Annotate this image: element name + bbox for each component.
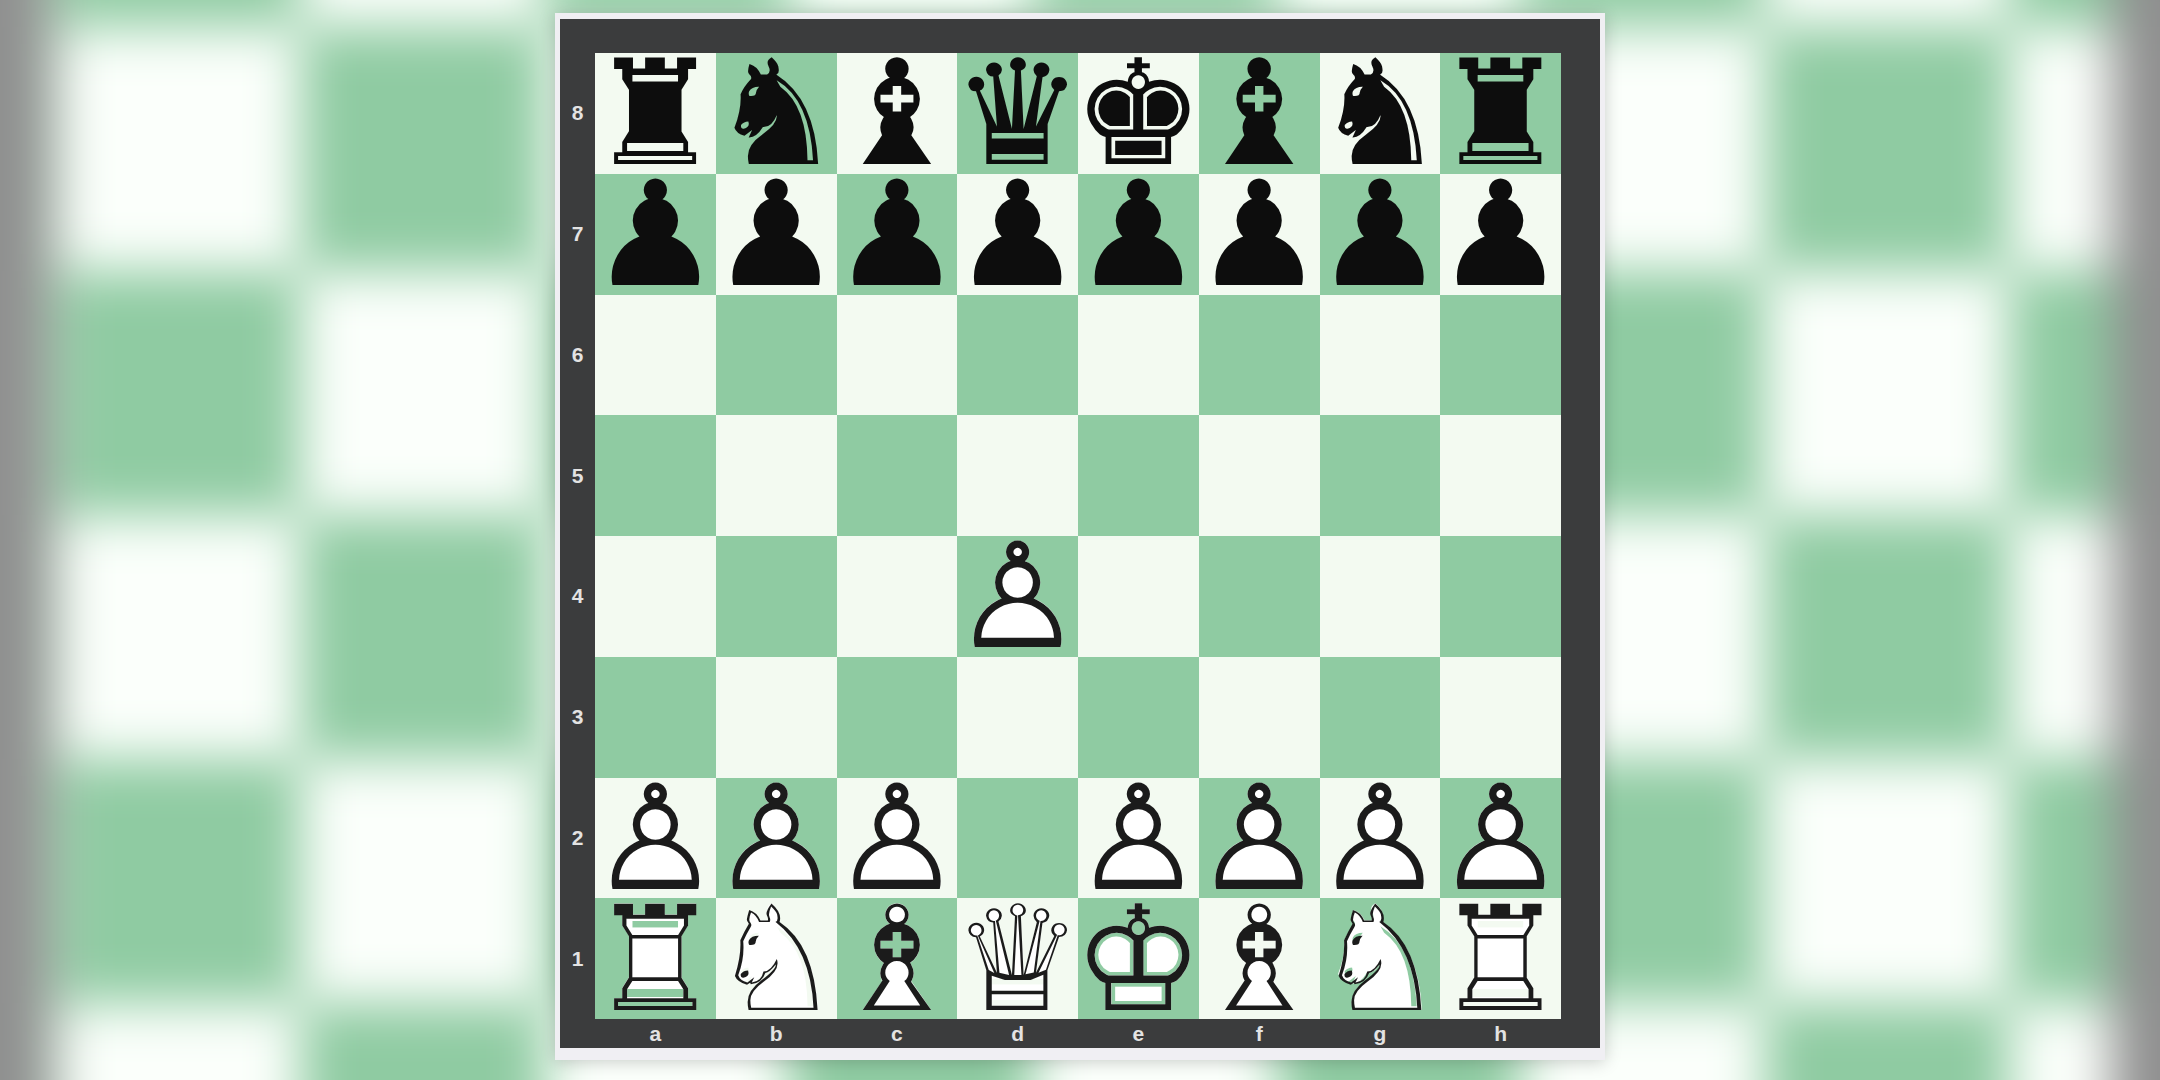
square-f5[interactable] xyxy=(1199,415,1320,536)
square-f3[interactable] xyxy=(1199,657,1320,778)
piece-glyph: ♙ xyxy=(837,778,958,899)
square-f4[interactable] xyxy=(1199,536,1320,657)
black-queen-d8[interactable]: ♛ xyxy=(957,53,1078,174)
file-label-h: h xyxy=(1440,1019,1561,1048)
square-c6[interactable] xyxy=(837,295,958,416)
square-c5[interactable] xyxy=(837,415,958,536)
rank-labels: 87654321 xyxy=(560,53,595,1019)
chess-board-widget: 87654321 abcdefgh ♜♞♝♛♚♝♞♜♟♟♟♟♟♟♟♟♟♙♟♙♟♙… xyxy=(555,13,1605,1060)
piece-glyph: ♘ xyxy=(716,898,837,1019)
square-g8[interactable]: ♞ xyxy=(1320,53,1441,174)
black-knight-g8[interactable]: ♞ xyxy=(1320,53,1441,174)
rank-label-1: 1 xyxy=(560,898,595,1019)
white-rook-h1[interactable]: ♜♖ xyxy=(1440,898,1561,1019)
rank-label-5: 5 xyxy=(560,415,595,536)
square-d7[interactable]: ♟ xyxy=(957,174,1078,295)
square-d6[interactable] xyxy=(957,295,1078,416)
black-pawn-e7[interactable]: ♟ xyxy=(1078,174,1199,295)
piece-glyph: ♟ xyxy=(1440,174,1561,295)
file-label-e: e xyxy=(1078,1019,1199,1048)
piece-fill: ♟ xyxy=(595,778,716,899)
piece-fill: ♟ xyxy=(1199,778,1320,899)
piece-glyph: ♖ xyxy=(595,898,716,1019)
piece-fill: ♟ xyxy=(1320,778,1441,899)
square-b6[interactable] xyxy=(716,295,837,416)
piece-glyph: ♟ xyxy=(595,174,716,295)
piece-glyph: ♟ xyxy=(1199,174,1320,295)
rank-label-7: 7 xyxy=(560,174,595,295)
white-knight-g1[interactable]: ♞♘ xyxy=(1320,898,1441,1019)
square-b3[interactable] xyxy=(716,657,837,778)
piece-glyph: ♝ xyxy=(837,53,958,174)
square-e3[interactable] xyxy=(1078,657,1199,778)
rank-label-3: 3 xyxy=(560,657,595,778)
square-d8[interactable]: ♛ xyxy=(957,53,1078,174)
piece-glyph: ♝ xyxy=(1199,53,1320,174)
background-left-strip xyxy=(0,0,50,1080)
square-a3[interactable] xyxy=(595,657,716,778)
file-labels: abcdefgh xyxy=(595,1019,1561,1048)
black-bishop-c8[interactable]: ♝ xyxy=(837,53,958,174)
black-pawn-f7[interactable]: ♟ xyxy=(1199,174,1320,295)
square-g1[interactable]: ♞♘ xyxy=(1320,898,1441,1019)
rank-label-8: 8 xyxy=(560,53,595,174)
square-h4[interactable] xyxy=(1440,536,1561,657)
black-bishop-f8[interactable]: ♝ xyxy=(1199,53,1320,174)
square-h3[interactable] xyxy=(1440,657,1561,778)
black-rook-a8[interactable]: ♜ xyxy=(595,53,716,174)
white-queen-d1[interactable]: ♛♕ xyxy=(957,898,1078,1019)
square-g4[interactable] xyxy=(1320,536,1441,657)
file-label-g: g xyxy=(1320,1019,1441,1048)
square-d2[interactable] xyxy=(957,778,1078,899)
rank-label-6: 6 xyxy=(560,295,595,416)
piece-glyph: ♙ xyxy=(1199,778,1320,899)
white-bishop-f1[interactable]: ♝♗ xyxy=(1199,898,1320,1019)
chess-board[interactable]: ♜♞♝♛♚♝♞♜♟♟♟♟♟♟♟♟♟♙♟♙♟♙♟♙♟♙♟♙♟♙♟♙♜♖♞♘♝♗♛♕… xyxy=(595,53,1561,1019)
white-bishop-c1[interactable]: ♝♗ xyxy=(837,898,958,1019)
black-pawn-c7[interactable]: ♟ xyxy=(837,174,958,295)
square-a1[interactable]: ♜♖ xyxy=(595,898,716,1019)
square-f7[interactable]: ♟ xyxy=(1199,174,1320,295)
black-pawn-b7[interactable]: ♟ xyxy=(716,174,837,295)
square-h5[interactable] xyxy=(1440,415,1561,536)
piece-glyph: ♙ xyxy=(595,778,716,899)
piece-fill: ♜ xyxy=(1440,898,1561,1019)
piece-fill: ♞ xyxy=(716,898,837,1019)
square-c4[interactable] xyxy=(837,536,958,657)
square-b5[interactable] xyxy=(716,415,837,536)
square-g5[interactable] xyxy=(1320,415,1441,536)
piece-fill: ♝ xyxy=(1199,898,1320,1019)
square-b2[interactable]: ♟♙ xyxy=(716,778,837,899)
piece-glyph: ♔ xyxy=(1078,898,1199,1019)
file-label-c: c xyxy=(837,1019,958,1048)
square-e8[interactable]: ♚ xyxy=(1078,53,1199,174)
piece-glyph: ♕ xyxy=(957,898,1078,1019)
white-pawn-h2[interactable]: ♟♙ xyxy=(1440,778,1561,899)
piece-glyph: ♖ xyxy=(1440,898,1561,1019)
white-pawn-f2[interactable]: ♟♙ xyxy=(1199,778,1320,899)
piece-glyph: ♞ xyxy=(716,53,837,174)
piece-glyph: ♟ xyxy=(1320,174,1441,295)
white-pawn-a2[interactable]: ♟♙ xyxy=(595,778,716,899)
piece-glyph: ♙ xyxy=(716,778,837,899)
square-a2[interactable]: ♟♙ xyxy=(595,778,716,899)
piece-glyph: ♙ xyxy=(1440,778,1561,899)
square-c1[interactable]: ♝♗ xyxy=(837,898,958,1019)
piece-glyph: ♘ xyxy=(1320,898,1441,1019)
piece-glyph: ♙ xyxy=(1078,778,1199,899)
piece-fill: ♟ xyxy=(1078,778,1199,899)
square-a6[interactable] xyxy=(595,295,716,416)
piece-glyph: ♟ xyxy=(837,174,958,295)
file-label-b: b xyxy=(716,1019,837,1048)
black-rook-h8[interactable]: ♜ xyxy=(1440,53,1561,174)
black-pawn-a7[interactable]: ♟ xyxy=(595,174,716,295)
background-right-strip xyxy=(2112,0,2160,1080)
square-c3[interactable] xyxy=(837,657,958,778)
piece-glyph: ♟ xyxy=(957,174,1078,295)
piece-glyph: ♞ xyxy=(1320,53,1441,174)
square-a7[interactable]: ♟ xyxy=(595,174,716,295)
piece-glyph: ♗ xyxy=(837,898,958,1019)
piece-glyph: ♛ xyxy=(957,53,1078,174)
square-d5[interactable] xyxy=(957,415,1078,536)
piece-fill: ♟ xyxy=(837,778,958,899)
white-pawn-e2[interactable]: ♟♙ xyxy=(1078,778,1199,899)
square-e4[interactable] xyxy=(1078,536,1199,657)
piece-glyph: ♜ xyxy=(1440,53,1561,174)
square-a4[interactable] xyxy=(595,536,716,657)
square-f8[interactable]: ♝ xyxy=(1199,53,1320,174)
square-e5[interactable] xyxy=(1078,415,1199,536)
white-pawn-b2[interactable]: ♟♙ xyxy=(716,778,837,899)
square-a8[interactable]: ♜ xyxy=(595,53,716,174)
square-f6[interactable] xyxy=(1199,295,1320,416)
white-king-e1[interactable]: ♚♔ xyxy=(1078,898,1199,1019)
piece-glyph: ♙ xyxy=(1320,778,1441,899)
square-h7[interactable]: ♟ xyxy=(1440,174,1561,295)
piece-fill: ♞ xyxy=(1320,898,1441,1019)
square-b4[interactable] xyxy=(716,536,837,657)
square-g7[interactable]: ♟ xyxy=(1320,174,1441,295)
white-pawn-d4[interactable]: ♟♙ xyxy=(957,536,1078,657)
piece-fill: ♛ xyxy=(957,898,1078,1019)
square-c7[interactable]: ♟ xyxy=(837,174,958,295)
piece-glyph: ♟ xyxy=(1078,174,1199,295)
square-h1[interactable]: ♜♖ xyxy=(1440,898,1561,1019)
white-rook-a1[interactable]: ♜♖ xyxy=(595,898,716,1019)
white-knight-b1[interactable]: ♞♘ xyxy=(716,898,837,1019)
black-king-e8[interactable]: ♚ xyxy=(1078,53,1199,174)
square-d1[interactable]: ♛♕ xyxy=(957,898,1078,1019)
black-knight-b8[interactable]: ♞ xyxy=(716,53,837,174)
square-d4[interactable]: ♟♙ xyxy=(957,536,1078,657)
square-h8[interactable]: ♜ xyxy=(1440,53,1561,174)
square-c2[interactable]: ♟♙ xyxy=(837,778,958,899)
square-g6[interactable] xyxy=(1320,295,1441,416)
square-e7[interactable]: ♟ xyxy=(1078,174,1199,295)
piece-glyph: ♜ xyxy=(595,53,716,174)
square-h6[interactable] xyxy=(1440,295,1561,416)
piece-fill: ♟ xyxy=(1440,778,1561,899)
square-f1[interactable]: ♝♗ xyxy=(1199,898,1320,1019)
board-frame: 87654321 abcdefgh ♜♞♝♛♚♝♞♜♟♟♟♟♟♟♟♟♟♙♟♙♟♙… xyxy=(560,19,1600,1048)
square-e1[interactable]: ♚♔ xyxy=(1078,898,1199,1019)
rank-label-2: 2 xyxy=(560,778,595,899)
square-g2[interactable]: ♟♙ xyxy=(1320,778,1441,899)
square-b7[interactable]: ♟ xyxy=(716,174,837,295)
piece-fill: ♟ xyxy=(716,778,837,899)
square-h2[interactable]: ♟♙ xyxy=(1440,778,1561,899)
piece-fill: ♟ xyxy=(957,536,1078,657)
black-pawn-h7[interactable]: ♟ xyxy=(1440,174,1561,295)
square-b8[interactable]: ♞ xyxy=(716,53,837,174)
square-e2[interactable]: ♟♙ xyxy=(1078,778,1199,899)
piece-fill: ♜ xyxy=(595,898,716,1019)
white-pawn-c2[interactable]: ♟♙ xyxy=(837,778,958,899)
piece-glyph: ♚ xyxy=(1078,53,1199,174)
square-c8[interactable]: ♝ xyxy=(837,53,958,174)
square-f2[interactable]: ♟♙ xyxy=(1199,778,1320,899)
square-g3[interactable] xyxy=(1320,657,1441,778)
piece-glyph: ♗ xyxy=(1199,898,1320,1019)
rank-label-4: 4 xyxy=(560,536,595,657)
piece-fill: ♝ xyxy=(837,898,958,1019)
file-label-f: f xyxy=(1199,1019,1320,1048)
white-pawn-g2[interactable]: ♟♙ xyxy=(1320,778,1441,899)
square-e6[interactable] xyxy=(1078,295,1199,416)
file-label-d: d xyxy=(957,1019,1078,1048)
piece-glyph: ♙ xyxy=(957,536,1078,657)
piece-glyph: ♟ xyxy=(716,174,837,295)
square-a5[interactable] xyxy=(595,415,716,536)
file-label-a: a xyxy=(595,1019,716,1048)
black-pawn-g7[interactable]: ♟ xyxy=(1320,174,1441,295)
piece-fill: ♚ xyxy=(1078,898,1199,1019)
black-pawn-d7[interactable]: ♟ xyxy=(957,174,1078,295)
square-b1[interactable]: ♞♘ xyxy=(716,898,837,1019)
square-d3[interactable] xyxy=(957,657,1078,778)
